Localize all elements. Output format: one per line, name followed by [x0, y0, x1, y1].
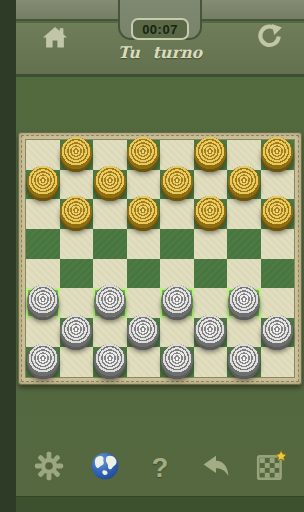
square-r6c4[interactable]: [127, 288, 161, 318]
question-icon: ?: [152, 455, 169, 482]
checkers-game-screen: 00:07 Tu turno: [16, 0, 304, 512]
square-r7c4[interactable]: [127, 318, 161, 348]
square-r5c4[interactable]: [127, 259, 161, 289]
turn-indicator: Tu turno: [16, 43, 304, 62]
square-r3c1[interactable]: [26, 199, 60, 229]
silver-piece[interactable]: [60, 315, 92, 347]
gold-piece[interactable]: [60, 137, 92, 169]
gold-piece[interactable]: [194, 196, 226, 228]
square-r7c7[interactable]: [227, 318, 261, 348]
square-r2c4[interactable]: [127, 170, 161, 200]
square-r4c7[interactable]: [227, 229, 261, 259]
silver-piece[interactable]: [161, 285, 193, 317]
square-r2c1[interactable]: [26, 170, 60, 200]
silver-piece[interactable]: [27, 285, 59, 317]
square-r8c8[interactable]: [261, 347, 295, 377]
square-r8c3[interactable]: [93, 347, 127, 377]
square-r3c5[interactable]: [160, 199, 194, 229]
square-r8c4[interactable]: [127, 347, 161, 377]
board-frame: [18, 132, 302, 385]
bottom-toolbar: ?: [16, 449, 304, 487]
square-r3c7[interactable]: [227, 199, 261, 229]
gold-piece[interactable]: [60, 196, 92, 228]
achievements-button[interactable]: [254, 451, 288, 485]
square-r5c6[interactable]: [194, 259, 228, 289]
gear-icon: [34, 451, 64, 485]
square-r7c6[interactable]: [194, 318, 228, 348]
square-r2c2[interactable]: [60, 170, 94, 200]
square-r1c5[interactable]: [160, 140, 194, 170]
square-r7c8[interactable]: [261, 318, 295, 348]
square-r1c1[interactable]: [26, 140, 60, 170]
gold-piece[interactable]: [228, 167, 260, 199]
square-r4c4[interactable]: [127, 229, 161, 259]
gold-piece[interactable]: [94, 167, 126, 199]
square-r6c5[interactable]: [160, 288, 194, 318]
language-button[interactable]: [88, 451, 122, 485]
square-r8c5[interactable]: [160, 347, 194, 377]
gold-piece[interactable]: [261, 196, 293, 228]
silver-piece[interactable]: [27, 344, 59, 376]
square-r2c7[interactable]: [227, 170, 261, 200]
square-r7c2[interactable]: [60, 318, 94, 348]
silver-piece[interactable]: [94, 285, 126, 317]
silver-piece[interactable]: [228, 344, 260, 376]
silver-piece[interactable]: [161, 344, 193, 376]
square-r4c5[interactable]: [160, 229, 194, 259]
square-r5c5[interactable]: [160, 259, 194, 289]
square-r7c3[interactable]: [93, 318, 127, 348]
square-r8c7[interactable]: [227, 347, 261, 377]
board-grid: [25, 139, 295, 378]
square-r3c2[interactable]: [60, 199, 94, 229]
gold-piece[interactable]: [194, 137, 226, 169]
undo-button[interactable]: [199, 451, 233, 485]
silver-piece[interactable]: [194, 315, 226, 347]
checkerboard-star-icon: [255, 450, 287, 486]
settings-button[interactable]: [32, 451, 66, 485]
square-r4c2[interactable]: [60, 229, 94, 259]
square-r8c2[interactable]: [60, 347, 94, 377]
square-r1c2[interactable]: [60, 140, 94, 170]
square-r5c2[interactable]: [60, 259, 94, 289]
square-r5c3[interactable]: [93, 259, 127, 289]
square-r8c6[interactable]: [194, 347, 228, 377]
gold-piece[interactable]: [27, 167, 59, 199]
square-r3c8[interactable]: [261, 199, 295, 229]
gold-piece[interactable]: [261, 137, 293, 169]
square-r6c3[interactable]: [93, 288, 127, 318]
square-r6c7[interactable]: [227, 288, 261, 318]
square-r1c7[interactable]: [227, 140, 261, 170]
globe-icon: [90, 451, 120, 485]
square-r1c3[interactable]: [93, 140, 127, 170]
square-r7c5[interactable]: [160, 318, 194, 348]
square-r4c1[interactable]: [26, 229, 60, 259]
bottom-strip: [16, 496, 304, 512]
silver-piece[interactable]: [127, 315, 159, 347]
undo-icon: [202, 454, 230, 482]
square-r4c3[interactable]: [93, 229, 127, 259]
square-r5c8[interactable]: [261, 259, 295, 289]
square-r6c1[interactable]: [26, 288, 60, 318]
gold-piece[interactable]: [127, 196, 159, 228]
square-r3c3[interactable]: [93, 199, 127, 229]
square-r3c4[interactable]: [127, 199, 161, 229]
square-r6c2[interactable]: [60, 288, 94, 318]
silver-piece[interactable]: [228, 285, 260, 317]
silver-piece[interactable]: [261, 315, 293, 347]
gold-piece[interactable]: [127, 137, 159, 169]
help-button[interactable]: ?: [143, 451, 177, 485]
square-r5c7[interactable]: [227, 259, 261, 289]
square-r4c8[interactable]: [261, 229, 295, 259]
gold-piece[interactable]: [161, 167, 193, 199]
square-r5c1[interactable]: [26, 259, 60, 289]
square-r2c3[interactable]: [93, 170, 127, 200]
square-r2c8[interactable]: [261, 170, 295, 200]
square-r4c6[interactable]: [194, 229, 228, 259]
square-r1c8[interactable]: [261, 140, 295, 170]
square-r7c1[interactable]: [26, 318, 60, 348]
square-r3c6[interactable]: [194, 199, 228, 229]
timer-value: 00:07: [142, 22, 178, 37]
square-r1c6[interactable]: [194, 140, 228, 170]
timer: 00:07: [131, 18, 189, 40]
square-r8c1[interactable]: [26, 347, 60, 377]
square-r2c6[interactable]: [194, 170, 228, 200]
square-r6c8[interactable]: [261, 288, 295, 318]
square-r2c5[interactable]: [160, 170, 194, 200]
silver-piece[interactable]: [94, 344, 126, 376]
square-r6c6[interactable]: [194, 288, 228, 318]
square-r1c4[interactable]: [127, 140, 161, 170]
